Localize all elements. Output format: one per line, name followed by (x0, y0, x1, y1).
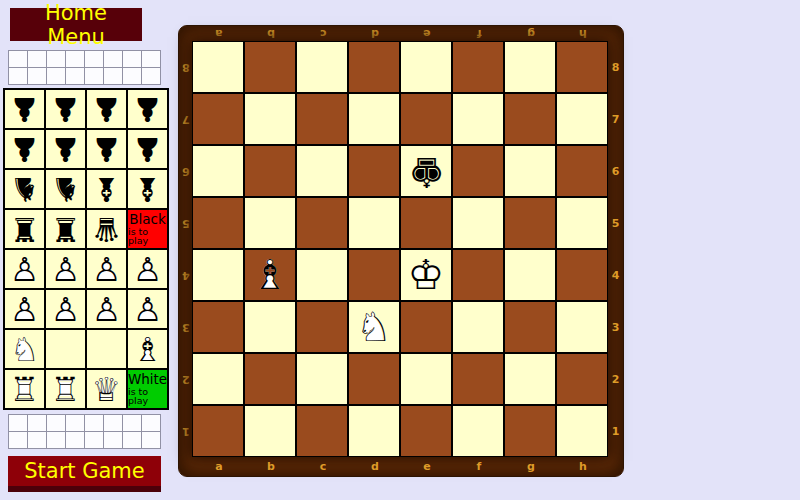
piece-tray: ♟♟♟♟♟♟♟♟♞♞♝♝♜♜♛Blackis to play♟♙♟♙♟♙♟♙♟♙… (3, 88, 169, 410)
coordinate-label: h (557, 456, 609, 476)
tray-cell-r5c2[interactable]: ♟♙ (46, 250, 85, 288)
grid-cell (104, 51, 122, 67)
piece-white-pawn: ♟♙ (49, 253, 82, 286)
square-d8[interactable] (349, 42, 399, 92)
piece-black-pawn: ♟ (90, 93, 123, 126)
piece-white-rook: ♜♖ (49, 373, 82, 406)
square-f5[interactable] (453, 198, 503, 248)
piece-black-rook: ♜ (8, 213, 41, 246)
tray-cell-r4c2[interactable]: ♜ (46, 210, 85, 248)
grid-cell (28, 68, 46, 84)
grid-cell (66, 68, 84, 84)
coordinate-label: 8 (179, 41, 192, 93)
square-e3[interactable] (401, 302, 451, 352)
coordinate-label: 6 (179, 145, 192, 197)
coordinate-label: b (245, 456, 297, 476)
turn-indicator-title: White (128, 373, 167, 387)
square-h2[interactable] (557, 354, 607, 404)
grid-cell (66, 51, 84, 67)
piece-white-bishop: ♝♗ (250, 255, 291, 296)
square-d3[interactable]: ♞♘ (349, 302, 399, 352)
turn-indicator-subtitle: is to play (128, 227, 167, 246)
grid-cell (123, 415, 141, 431)
tray-cell-r6c2[interactable]: ♟♙ (46, 290, 85, 328)
square-b6[interactable] (245, 146, 295, 196)
square-c1[interactable] (297, 406, 347, 456)
grid-cell (142, 415, 160, 431)
start-game-button[interactable]: Start Game (8, 456, 161, 492)
file-labels-top: abcdefgh (193, 26, 609, 41)
home-menu-button[interactable]: Home Menu (10, 8, 142, 41)
square-d4[interactable] (349, 250, 399, 300)
coordinate-label: 3 (608, 301, 623, 353)
turn-indicator-title: Black (129, 213, 166, 227)
square-a1[interactable] (193, 406, 243, 456)
grid-cell (47, 51, 65, 67)
square-a6[interactable] (193, 146, 243, 196)
coordinate-label: c (297, 26, 349, 41)
coordinate-label: a (193, 456, 245, 476)
black-turn-indicator: Blackis to play (128, 210, 167, 248)
square-h1[interactable] (557, 406, 607, 456)
grid-cell (85, 415, 103, 431)
grid-cell (123, 432, 141, 448)
coordinate-label: 7 (608, 93, 623, 145)
tray-cell-r1c3[interactable]: ♟ (87, 90, 126, 128)
coordinate-label: b (245, 26, 297, 41)
piece-black-pawn: ♟ (49, 133, 82, 166)
square-e7[interactable] (401, 94, 451, 144)
coordinate-label: d (349, 456, 401, 476)
grid-cell (28, 51, 46, 67)
piece-black-pawn: ♟ (131, 93, 164, 126)
square-e2[interactable] (401, 354, 451, 404)
coordinate-label: 8 (608, 41, 623, 93)
square-b2[interactable] (245, 354, 295, 404)
square-f2[interactable] (453, 354, 503, 404)
tray-cell-r3c1[interactable]: ♞ (5, 170, 44, 208)
piece-black-bishop: ♝ (90, 173, 123, 206)
square-e6[interactable]: ♚ (401, 146, 451, 196)
piece-black-rook: ♜ (49, 213, 82, 246)
square-e4[interactable]: ♚♔ (401, 250, 451, 300)
piece-white-pawn: ♟♙ (131, 293, 164, 326)
piece-black-pawn: ♟ (8, 93, 41, 126)
piece-white-pawn: ♟♙ (49, 293, 82, 326)
coordinate-label: f (453, 26, 505, 41)
coordinate-label: a (193, 26, 245, 41)
tray-cell-r8c1[interactable]: ♜♖ (5, 370, 44, 408)
tray-cell-r2c4[interactable]: ♟ (128, 130, 167, 168)
coordinate-label: 4 (608, 249, 623, 301)
square-h8[interactable] (557, 42, 607, 92)
tray-cell-r6c1[interactable]: ♟♙ (5, 290, 44, 328)
piece-white-pawn: ♟♙ (131, 253, 164, 286)
square-f3[interactable] (453, 302, 503, 352)
square-g8[interactable] (505, 42, 555, 92)
square-a4[interactable] (193, 250, 243, 300)
square-c2[interactable] (297, 354, 347, 404)
square-e1[interactable] (401, 406, 451, 456)
coordinate-label: 4 (179, 249, 192, 301)
piece-white-bishop: ♝♗ (131, 333, 164, 366)
piece-white-king: ♚♔ (406, 255, 447, 296)
grid-cell (66, 432, 84, 448)
square-f6[interactable] (453, 146, 503, 196)
piece-black-pawn: ♟ (90, 133, 123, 166)
tray-cell-r7c3[interactable] (87, 330, 126, 368)
rank-labels-left: 87654321 (179, 41, 192, 457)
piece-white-knight: ♞♘ (354, 307, 395, 348)
grid-cell (9, 432, 27, 448)
grid-cell (142, 432, 160, 448)
piece-black-knight: ♞ (49, 173, 82, 206)
piece-black-pawn: ♟ (131, 133, 164, 166)
rank-labels-right: 87654321 (608, 41, 623, 457)
piece-black-knight: ♞ (8, 173, 41, 206)
square-f8[interactable] (453, 42, 503, 92)
grid-cell (28, 415, 46, 431)
coordinate-label: g (505, 26, 557, 41)
square-h5[interactable] (557, 198, 607, 248)
grid-cell (85, 68, 103, 84)
file-labels-bottom: abcdefgh (193, 456, 609, 476)
tray-cell-r2c1[interactable]: ♟ (5, 130, 44, 168)
square-g5[interactable] (505, 198, 555, 248)
square-b7[interactable] (245, 94, 295, 144)
square-c3[interactable] (297, 302, 347, 352)
tray-cell-r5c1[interactable]: ♟♙ (5, 250, 44, 288)
tray-cell-r7c1[interactable]: ♞♘ (5, 330, 44, 368)
square-h3[interactable] (557, 302, 607, 352)
grid-cell (142, 51, 160, 67)
grid-cell (85, 51, 103, 67)
chess-app: Home Menu ♟♟♟♟♟♟♟♟♞♞♝♝♜♜♛Blackis to play… (0, 0, 800, 500)
piece-white-pawn: ♟♙ (8, 253, 41, 286)
square-h7[interactable] (557, 94, 607, 144)
square-c4[interactable] (297, 250, 347, 300)
square-b3[interactable] (245, 302, 295, 352)
tray-cell-r8c3[interactable]: ♛♕ (87, 370, 126, 408)
coordinate-label: 6 (608, 145, 623, 197)
square-g6[interactable] (505, 146, 555, 196)
tray-cell-r2c3[interactable]: ♟ (87, 130, 126, 168)
square-e5[interactable] (401, 198, 451, 248)
move-grid-top (8, 50, 161, 85)
square-g4[interactable] (505, 250, 555, 300)
grid-cell (142, 68, 160, 84)
piece-black-pawn: ♟ (8, 133, 41, 166)
coordinate-label: 2 (608, 353, 623, 405)
grid-cell (66, 415, 84, 431)
coordinate-label: f (453, 456, 505, 476)
chess-board: ♚♝♗♚♔♞♘ (192, 41, 608, 457)
square-a5[interactable] (193, 198, 243, 248)
white-turn-indicator: Whiteis to play (128, 370, 167, 408)
grid-cell (104, 415, 122, 431)
square-c7[interactable] (297, 94, 347, 144)
square-f7[interactable] (453, 94, 503, 144)
square-a3[interactable] (193, 302, 243, 352)
square-c8[interactable] (297, 42, 347, 92)
coordinate-label: 5 (179, 197, 192, 249)
square-g1[interactable] (505, 406, 555, 456)
tray-cell-r4c3[interactable]: ♛ (87, 210, 126, 248)
coordinate-label: 1 (179, 405, 192, 457)
piece-white-pawn: ♟♙ (90, 293, 123, 326)
piece-black-pawn: ♟ (49, 93, 82, 126)
coordinate-label: g (505, 456, 557, 476)
square-g2[interactable] (505, 354, 555, 404)
tray-cell-r7c2[interactable] (46, 330, 85, 368)
square-f1[interactable] (453, 406, 503, 456)
piece-white-queen: ♛♕ (90, 373, 123, 406)
square-a2[interactable] (193, 354, 243, 404)
coordinate-label: h (557, 26, 609, 41)
grid-cell (47, 415, 65, 431)
piece-white-knight: ♞♘ (8, 333, 41, 366)
coordinate-label: 3 (179, 301, 192, 353)
board-frame: abcdefgh 87654321 ♚♝♗♚♔♞♘ 87654321 abcde… (178, 25, 624, 477)
square-d1[interactable] (349, 406, 399, 456)
square-c5[interactable] (297, 198, 347, 248)
grid-cell (9, 68, 27, 84)
coordinate-label: 1 (608, 405, 623, 457)
piece-black-bishop: ♝ (131, 173, 164, 206)
tray-cell-r3c4[interactable]: ♝ (128, 170, 167, 208)
square-a8[interactable] (193, 42, 243, 92)
coordinate-label: e (401, 456, 453, 476)
turn-indicator-subtitle: is to play (128, 387, 167, 406)
grid-cell (9, 51, 27, 67)
square-f4[interactable] (453, 250, 503, 300)
grid-cell (85, 432, 103, 448)
grid-cell (104, 68, 122, 84)
move-grid-bottom (8, 414, 161, 449)
grid-cell (123, 51, 141, 67)
tray-cell-r3c2[interactable]: ♞ (46, 170, 85, 208)
grid-cell (104, 432, 122, 448)
coordinate-label: d (349, 26, 401, 41)
square-b8[interactable] (245, 42, 295, 92)
square-d6[interactable] (349, 146, 399, 196)
square-d5[interactable] (349, 198, 399, 248)
tray-cell-r5c4[interactable]: ♟♙ (128, 250, 167, 288)
tray-cell-r8c2[interactable]: ♜♖ (46, 370, 85, 408)
coordinate-label: 2 (179, 353, 192, 405)
tray-cell-r2c2[interactable]: ♟ (46, 130, 85, 168)
square-e8[interactable] (401, 42, 451, 92)
grid-cell (123, 68, 141, 84)
grid-cell (28, 432, 46, 448)
grid-cell (47, 432, 65, 448)
grid-cell (9, 415, 27, 431)
square-b1[interactable] (245, 406, 295, 456)
square-d7[interactable] (349, 94, 399, 144)
tray-cell-r6c4[interactable]: ♟♙ (128, 290, 167, 328)
square-d2[interactable] (349, 354, 399, 404)
square-g3[interactable] (505, 302, 555, 352)
piece-white-pawn: ♟♙ (90, 253, 123, 286)
coordinate-label: 5 (608, 197, 623, 249)
coordinate-label: c (297, 456, 349, 476)
tray-cell-r7c4[interactable]: ♝♗ (128, 330, 167, 368)
grid-cell (47, 68, 65, 84)
coordinate-label: 7 (179, 93, 192, 145)
piece-black-king: ♚ (406, 151, 447, 192)
square-h6[interactable] (557, 146, 607, 196)
tray-cell-r6c3[interactable]: ♟♙ (87, 290, 126, 328)
piece-white-rook: ♜♖ (8, 373, 41, 406)
tray-cell-r1c1[interactable]: ♟ (5, 90, 44, 128)
square-c6[interactable] (297, 146, 347, 196)
square-b4[interactable]: ♝♗ (245, 250, 295, 300)
square-h4[interactable] (557, 250, 607, 300)
piece-black-queen: ♛ (90, 213, 123, 246)
tray-cell-r1c2[interactable]: ♟ (46, 90, 85, 128)
square-g7[interactable] (505, 94, 555, 144)
tray-cell-r5c3[interactable]: ♟♙ (87, 250, 126, 288)
piece-white-pawn: ♟♙ (8, 293, 41, 326)
coordinate-label: e (401, 26, 453, 41)
square-b5[interactable] (245, 198, 295, 248)
tray-cell-r1c4[interactable]: ♟ (128, 90, 167, 128)
square-a7[interactable] (193, 94, 243, 144)
tray-cell-r4c1[interactable]: ♜ (5, 210, 44, 248)
tray-cell-r3c3[interactable]: ♝ (87, 170, 126, 208)
